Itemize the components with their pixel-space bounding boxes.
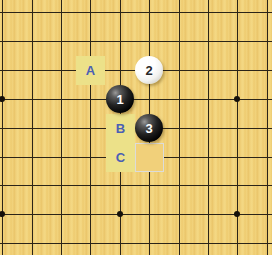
grid-line-horizontal	[0, 243, 272, 244]
grid-line-horizontal	[0, 12, 272, 13]
star-point	[234, 211, 240, 217]
star-point	[117, 211, 123, 217]
go-board[interactable]: ABC123	[0, 0, 272, 255]
grid-line-horizontal	[0, 41, 272, 42]
grid-line-horizontal	[0, 99, 272, 100]
star-point	[0, 96, 5, 102]
white-stone-2[interactable]: 2	[135, 56, 163, 84]
square-marker[interactable]	[135, 143, 164, 172]
black-stone-1[interactable]: 1	[106, 85, 134, 113]
grid-line-horizontal	[0, 214, 272, 215]
grid-line-horizontal	[0, 185, 272, 186]
move-option-label-b[interactable]: B	[106, 114, 135, 143]
black-stone-3[interactable]: 3	[135, 114, 163, 142]
move-option-label-c[interactable]: C	[106, 143, 135, 172]
move-option-label-a[interactable]: A	[76, 56, 105, 85]
star-point	[0, 211, 5, 217]
star-point	[234, 96, 240, 102]
